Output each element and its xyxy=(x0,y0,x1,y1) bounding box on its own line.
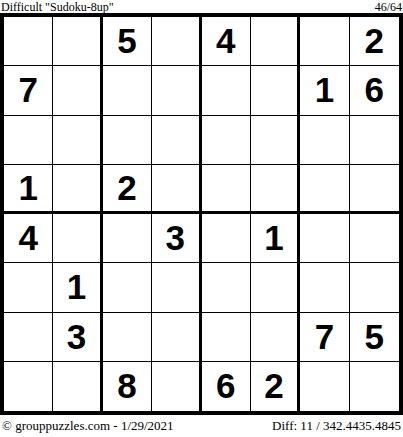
footer: © grouppuzzles.com - 1/29/2021 Diff: 11 … xyxy=(0,415,403,437)
puzzle-title: Difficult "Sudoku-8up" xyxy=(1,1,114,13)
cell-r3c7-empty[interactable] xyxy=(300,116,349,165)
cell-r2c3-empty[interactable] xyxy=(103,66,152,115)
cell-r8c1-empty[interactable] xyxy=(4,362,53,411)
cell-r7c8-given-5[interactable]: 5 xyxy=(350,313,399,362)
cell-r6c4-empty[interactable] xyxy=(152,263,201,312)
cell-r7c4-empty[interactable] xyxy=(152,313,201,362)
cell-r5c7-empty[interactable] xyxy=(300,214,349,263)
cell-r1c4-empty[interactable] xyxy=(152,17,201,66)
sudoku-page: Difficult "Sudoku-8up" 46/64 54271612431… xyxy=(0,0,403,437)
cell-r7c7-given-7[interactable]: 7 xyxy=(300,313,349,362)
cell-r6c8-empty[interactable] xyxy=(350,263,399,312)
cell-r3c5-empty[interactable] xyxy=(202,116,251,165)
cell-r6c2-given-1[interactable]: 1 xyxy=(53,263,102,312)
cell-r2c7-given-1[interactable]: 1 xyxy=(300,66,349,115)
header: Difficult "Sudoku-8up" 46/64 xyxy=(0,0,403,13)
cell-r6c7-empty[interactable] xyxy=(300,263,349,312)
cell-r4c3-given-2[interactable]: 2 xyxy=(103,165,152,214)
cell-r3c6-empty[interactable] xyxy=(251,116,300,165)
cell-r8c8-empty[interactable] xyxy=(350,362,399,411)
cell-r6c3-empty[interactable] xyxy=(103,263,152,312)
cell-r4c1-given-1[interactable]: 1 xyxy=(4,165,53,214)
cell-r4c7-empty[interactable] xyxy=(300,165,349,214)
cell-r2c5-empty[interactable] xyxy=(202,66,251,115)
cell-r7c3-empty[interactable] xyxy=(103,313,152,362)
difficulty-text: Diff: 11 / 342.4435.4845 xyxy=(272,418,401,434)
cells-counter: 46/64 xyxy=(375,1,402,13)
cell-r1c3-given-5[interactable]: 5 xyxy=(103,17,152,66)
cell-r8c3-given-8[interactable]: 8 xyxy=(103,362,152,411)
cell-r8c2-empty[interactable] xyxy=(53,362,102,411)
cell-r5c2-empty[interactable] xyxy=(53,214,102,263)
cell-r1c8-given-2[interactable]: 2 xyxy=(350,17,399,66)
cell-r6c6-empty[interactable] xyxy=(251,263,300,312)
cell-r1c2-empty[interactable] xyxy=(53,17,102,66)
copyright-text: © grouppuzzles.com - 1/29/2021 xyxy=(2,418,174,434)
cell-r4c6-empty[interactable] xyxy=(251,165,300,214)
cell-r1c5-given-4[interactable]: 4 xyxy=(202,17,251,66)
cell-r8c6-given-2[interactable]: 2 xyxy=(251,362,300,411)
cell-r4c5-empty[interactable] xyxy=(202,165,251,214)
cell-r5c8-empty[interactable] xyxy=(350,214,399,263)
cell-r1c1-empty[interactable] xyxy=(4,17,53,66)
cell-r4c2-empty[interactable] xyxy=(53,165,102,214)
cell-r7c6-empty[interactable] xyxy=(251,313,300,362)
cell-r2c8-given-6[interactable]: 6 xyxy=(350,66,399,115)
cell-r3c4-empty[interactable] xyxy=(152,116,201,165)
cell-r2c2-empty[interactable] xyxy=(53,66,102,115)
cell-r3c3-empty[interactable] xyxy=(103,116,152,165)
cell-r3c8-empty[interactable] xyxy=(350,116,399,165)
cell-r2c6-empty[interactable] xyxy=(251,66,300,115)
cell-r5c4-given-3[interactable]: 3 xyxy=(152,214,201,263)
cell-r7c5-empty[interactable] xyxy=(202,313,251,362)
sudoku-board: 542716124311375862 xyxy=(0,13,403,415)
cell-r7c2-given-3[interactable]: 3 xyxy=(53,313,102,362)
cell-r5c1-given-4[interactable]: 4 xyxy=(4,214,53,263)
cell-r6c1-empty[interactable] xyxy=(4,263,53,312)
cell-r1c6-empty[interactable] xyxy=(251,17,300,66)
cell-r2c1-given-7[interactable]: 7 xyxy=(4,66,53,115)
cell-r6c5-empty[interactable] xyxy=(202,263,251,312)
cell-r8c5-given-6[interactable]: 6 xyxy=(202,362,251,411)
cell-r5c5-empty[interactable] xyxy=(202,214,251,263)
cell-r5c6-given-1[interactable]: 1 xyxy=(251,214,300,263)
cell-r8c4-empty[interactable] xyxy=(152,362,201,411)
cell-r2c4-empty[interactable] xyxy=(152,66,201,115)
cell-r8c7-empty[interactable] xyxy=(300,362,349,411)
cell-r3c1-empty[interactable] xyxy=(4,116,53,165)
cell-r4c4-empty[interactable] xyxy=(152,165,201,214)
cell-r5c3-empty[interactable] xyxy=(103,214,152,263)
cell-r7c1-empty[interactable] xyxy=(4,313,53,362)
cell-r1c7-empty[interactable] xyxy=(300,17,349,66)
cell-r3c2-empty[interactable] xyxy=(53,116,102,165)
cell-r4c8-empty[interactable] xyxy=(350,165,399,214)
